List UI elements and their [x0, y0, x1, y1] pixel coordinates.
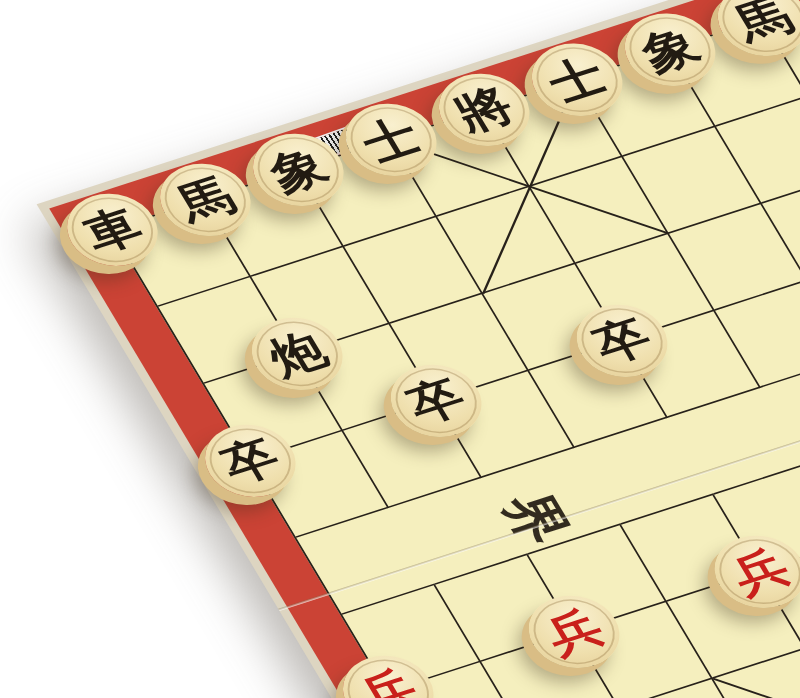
xiangqi-board: 界 車馬象士將士象馬炮卒卒卒兵兵兵	[37, 0, 800, 698]
piece-glyph: 卒	[376, 354, 497, 447]
piece-red-soldier[interactable]: 兵	[699, 525, 800, 618]
piece-red-soldier[interactable]: 兵	[514, 585, 635, 678]
piece-glyph: 兵	[699, 525, 800, 618]
board-field: 界 車馬象士將士象馬炮卒卒卒兵兵兵	[110, 0, 800, 698]
piece-glyph: 兵	[514, 585, 635, 678]
photo-stage: 界 車馬象士將士象馬炮卒卒卒兵兵兵	[0, 0, 800, 698]
piece-black-cannon[interactable]: 炮	[237, 307, 358, 400]
piece-glyph: 卒	[561, 294, 682, 387]
piece-glyph: 炮	[237, 307, 358, 400]
piece-black-soldier[interactable]: 卒	[561, 294, 682, 387]
piece-black-soldier[interactable]: 卒	[376, 354, 497, 447]
pieces-layer: 車馬象士將士象馬炮卒卒卒兵兵兵	[112, 0, 800, 698]
